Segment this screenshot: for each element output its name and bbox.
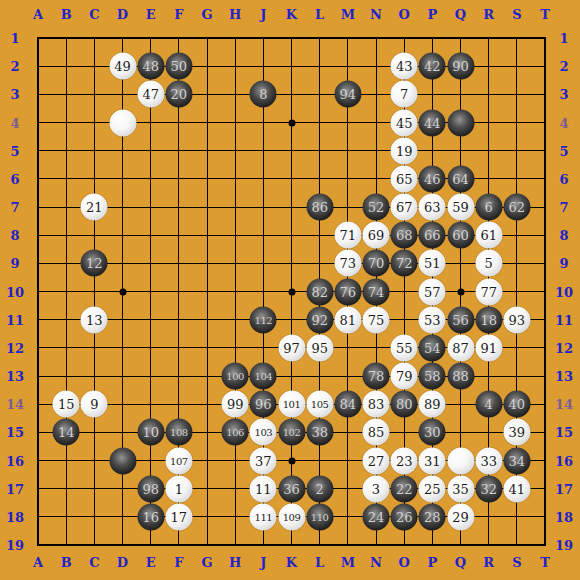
coord-label-top-O: O — [398, 8, 409, 21]
stone-move-number: 102 — [283, 427, 301, 438]
stone-P12[interactable]: 54 — [419, 334, 446, 361]
stone-move-number: 84 — [340, 397, 357, 412]
stone-move-number: 73 — [340, 256, 357, 271]
coord-label-left-19: 19 — [6, 539, 24, 552]
stone-move-number: 12 — [86, 256, 103, 271]
stone-move-number: 107 — [170, 455, 188, 466]
stone-move-number: 83 — [368, 397, 385, 412]
stone-move-number: 19 — [396, 143, 413, 158]
stone-S17[interactable]: 41 — [503, 475, 530, 502]
stone-move-number: 81 — [340, 312, 357, 327]
stone-move-number: 63 — [424, 200, 441, 215]
stone-move-number: 76 — [340, 284, 357, 299]
stone-P2[interactable]: 42 — [419, 53, 446, 80]
coord-label-bottom-S: S — [512, 556, 521, 569]
coord-label-right-3: 3 — [559, 88, 568, 101]
coord-label-bottom-T: T — [540, 556, 550, 569]
stone-Q12[interactable]: 87 — [447, 334, 474, 361]
stone-move-number: 50 — [171, 59, 188, 74]
stone-move-number: 104 — [255, 371, 273, 382]
stone-Q7[interactable]: 59 — [447, 194, 474, 221]
stone-move-number: 69 — [368, 228, 385, 243]
stone-move-number: 29 — [452, 509, 469, 524]
stone-O16[interactable]: 23 — [391, 447, 418, 474]
stone-B15[interactable]: 14 — [53, 419, 80, 446]
stone-move-number: 36 — [283, 481, 300, 496]
stone-O5[interactable]: 19 — [391, 137, 418, 164]
stone-move-number: 4 — [485, 397, 493, 412]
coord-label-top-A: A — [33, 8, 43, 21]
stone-N14[interactable]: 83 — [363, 391, 390, 418]
stone-P17[interactable]: 25 — [419, 475, 446, 502]
coord-label-right-18: 18 — [555, 510, 573, 523]
stone-R7[interactable]: 6 — [475, 194, 502, 221]
stone-N15[interactable]: 85 — [363, 419, 390, 446]
coord-label-bottom-P: P — [427, 556, 437, 569]
coord-label-left-2: 2 — [10, 60, 19, 73]
coord-label-top-F: F — [174, 8, 183, 21]
stone-move-number: 33 — [480, 453, 497, 468]
stone-move-number: 93 — [509, 312, 526, 327]
stone-J16[interactable]: 37 — [250, 447, 277, 474]
stone-move-number: 61 — [480, 228, 497, 243]
coord-label-left-8: 8 — [10, 229, 19, 242]
stone-Q11[interactable]: 56 — [447, 306, 474, 333]
stone-move-number: 40 — [509, 397, 526, 412]
stone-move-number: 11 — [255, 481, 272, 496]
stone-D16[interactable] — [109, 447, 136, 474]
stone-F17[interactable]: 1 — [165, 475, 192, 502]
star-point-K10 — [288, 288, 295, 295]
stone-D2[interactable]: 49 — [109, 53, 136, 80]
stone-S16[interactable]: 34 — [503, 447, 530, 474]
coord-label-left-1: 1 — [10, 32, 19, 45]
stone-E15[interactable]: 10 — [137, 419, 164, 446]
coord-label-top-G: G — [201, 8, 212, 21]
stone-P13[interactable]: 58 — [419, 363, 446, 390]
coord-label-top-D: D — [117, 8, 128, 21]
stone-O17[interactable]: 22 — [391, 475, 418, 502]
coord-label-right-4: 4 — [559, 116, 568, 129]
coord-label-right-1: 1 — [559, 32, 568, 45]
stone-J17[interactable]: 11 — [250, 475, 277, 502]
stone-move-number: 94 — [340, 87, 357, 102]
coord-label-bottom-O: O — [398, 556, 409, 569]
stone-move-number: 56 — [452, 312, 469, 327]
stone-Q2[interactable]: 90 — [447, 53, 474, 80]
coord-label-right-11: 11 — [555, 313, 573, 326]
stone-B14[interactable]: 15 — [53, 391, 80, 418]
coord-label-top-Q: Q — [455, 8, 466, 21]
coord-label-left-11: 11 — [6, 313, 24, 326]
stone-move-number: 82 — [311, 284, 328, 299]
stone-J15[interactable]: 103 — [250, 419, 277, 446]
stone-J11[interactable]: 112 — [250, 306, 277, 333]
coord-label-bottom-Q: Q — [455, 556, 466, 569]
stone-move-number: 79 — [396, 369, 413, 384]
stone-S14[interactable]: 40 — [503, 391, 530, 418]
stone-O4[interactable]: 45 — [391, 109, 418, 136]
stone-move-number: 105 — [311, 399, 329, 410]
stone-move-number: 1 — [175, 481, 183, 496]
coord-label-top-N: N — [370, 8, 382, 21]
stone-F15[interactable]: 108 — [165, 419, 192, 446]
stone-J14[interactable]: 96 — [250, 391, 277, 418]
coord-label-top-P: P — [427, 8, 437, 21]
stone-N13[interactable]: 78 — [363, 363, 390, 390]
stone-move-number: 106 — [226, 427, 244, 438]
stone-move-number: 26 — [396, 509, 413, 524]
coord-label-left-18: 18 — [6, 510, 24, 523]
stone-E17[interactable]: 98 — [137, 475, 164, 502]
stone-move-number: 37 — [255, 453, 272, 468]
stone-Q17[interactable]: 35 — [447, 475, 474, 502]
coord-label-top-M: M — [341, 8, 355, 21]
coord-label-left-12: 12 — [6, 341, 24, 354]
coord-label-right-2: 2 — [559, 60, 568, 73]
stone-P9[interactable]: 51 — [419, 250, 446, 277]
stone-move-number: 57 — [424, 284, 441, 299]
stone-move-number: 100 — [226, 371, 244, 382]
stone-move-number: 92 — [311, 312, 328, 327]
stone-move-number: 25 — [424, 481, 441, 496]
stone-R10[interactable]: 77 — [475, 278, 502, 305]
stone-move-number: 58 — [424, 369, 441, 384]
stone-move-number: 27 — [368, 453, 385, 468]
stone-move-number: 97 — [283, 340, 300, 355]
coord-label-bottom-A: A — [33, 556, 43, 569]
stone-S7[interactable]: 62 — [503, 194, 530, 221]
stone-move-number: 66 — [424, 228, 441, 243]
star-point-K4 — [288, 119, 295, 126]
coord-label-top-C: C — [89, 8, 99, 21]
stone-R11[interactable]: 18 — [475, 306, 502, 333]
stone-C7[interactable]: 21 — [81, 194, 108, 221]
stone-move-number: 20 — [171, 87, 188, 102]
coord-label-right-15: 15 — [555, 426, 573, 439]
stone-O3[interactable]: 7 — [391, 81, 418, 108]
coord-label-bottom-R: R — [483, 556, 494, 569]
star-point-K16 — [288, 457, 295, 464]
stone-H15[interactable]: 106 — [222, 419, 249, 446]
stone-N7[interactable]: 52 — [363, 194, 390, 221]
stone-O6[interactable]: 65 — [391, 165, 418, 192]
stone-P8[interactable]: 66 — [419, 222, 446, 249]
stone-L18[interactable]: 110 — [306, 503, 333, 530]
stone-E18[interactable]: 16 — [137, 503, 164, 530]
stone-M10[interactable]: 76 — [334, 278, 361, 305]
coord-label-left-9: 9 — [10, 257, 19, 270]
stone-move-number: 89 — [424, 397, 441, 412]
stone-move-number: 45 — [396, 115, 413, 130]
stone-M11[interactable]: 81 — [334, 306, 361, 333]
coord-label-top-K: K — [286, 8, 297, 21]
coord-label-left-7: 7 — [10, 201, 19, 214]
stone-move-number: 43 — [396, 59, 413, 74]
stone-R16[interactable]: 33 — [475, 447, 502, 474]
coord-label-bottom-B: B — [61, 556, 72, 569]
stone-move-number: 21 — [86, 200, 103, 215]
stone-P10[interactable]: 57 — [419, 278, 446, 305]
stone-move-number: 72 — [396, 256, 413, 271]
stone-R9[interactable]: 5 — [475, 250, 502, 277]
stone-M9[interactable]: 73 — [334, 250, 361, 277]
stone-move-number: 88 — [452, 369, 469, 384]
stone-move-number: 31 — [424, 453, 441, 468]
stone-M3[interactable]: 94 — [334, 81, 361, 108]
stone-F3[interactable]: 20 — [165, 81, 192, 108]
stone-D4[interactable] — [109, 109, 136, 136]
stone-J13[interactable]: 104 — [250, 363, 277, 390]
stone-move-number: 51 — [424, 256, 441, 271]
coord-label-bottom-H: H — [229, 556, 241, 569]
stone-F18[interactable]: 17 — [165, 503, 192, 530]
stone-P14[interactable]: 89 — [419, 391, 446, 418]
coord-label-bottom-G: G — [201, 556, 212, 569]
stone-move-number: 91 — [480, 340, 497, 355]
stone-L11[interactable]: 92 — [306, 306, 333, 333]
stone-move-number: 86 — [311, 200, 328, 215]
stone-M14[interactable]: 84 — [334, 391, 361, 418]
stone-move-number: 16 — [142, 509, 159, 524]
stone-S15[interactable]: 39 — [503, 419, 530, 446]
stone-R14[interactable]: 4 — [475, 391, 502, 418]
stone-L14[interactable]: 105 — [306, 391, 333, 418]
stone-move-number: 71 — [340, 228, 357, 243]
stone-move-number: 8 — [259, 87, 267, 102]
stone-E2[interactable]: 48 — [137, 53, 164, 80]
coord-label-left-14: 14 — [6, 398, 24, 411]
coord-label-bottom-L: L — [315, 556, 324, 569]
coord-label-right-9: 9 — [559, 257, 568, 270]
stone-H13[interactable]: 100 — [222, 363, 249, 390]
stone-move-number: 3 — [372, 481, 380, 496]
coord-label-bottom-D: D — [117, 556, 128, 569]
stone-J3[interactable]: 8 — [250, 81, 277, 108]
stone-L10[interactable]: 82 — [306, 278, 333, 305]
stone-P6[interactable]: 46 — [419, 165, 446, 192]
coord-label-bottom-M: M — [341, 556, 355, 569]
stone-move-number: 80 — [396, 397, 413, 412]
stone-move-number: 85 — [368, 425, 385, 440]
stone-move-number: 5 — [485, 256, 493, 271]
stone-move-number: 103 — [255, 427, 273, 438]
coord-label-right-17: 17 — [555, 482, 573, 495]
stone-move-number: 112 — [255, 314, 273, 325]
stone-move-number: 44 — [424, 115, 441, 130]
stone-Q18[interactable]: 29 — [447, 503, 474, 530]
stone-move-number: 32 — [480, 481, 497, 496]
stone-move-number: 64 — [452, 171, 469, 186]
stone-move-number: 47 — [142, 87, 159, 102]
stone-move-number: 62 — [509, 200, 526, 215]
coord-label-top-H: H — [229, 8, 241, 21]
coord-label-right-14: 14 — [555, 398, 573, 411]
stone-move-number: 22 — [396, 481, 413, 496]
stone-C11[interactable]: 13 — [81, 306, 108, 333]
stone-O7[interactable]: 67 — [391, 194, 418, 221]
stone-move-number: 49 — [114, 59, 131, 74]
coord-label-left-16: 16 — [6, 454, 24, 467]
stone-move-number: 39 — [509, 425, 526, 440]
stone-move-number: 46 — [424, 171, 441, 186]
stone-move-number: 15 — [58, 397, 75, 412]
stone-P11[interactable]: 53 — [419, 306, 446, 333]
stone-E3[interactable]: 47 — [137, 81, 164, 108]
stone-S11[interactable]: 93 — [503, 306, 530, 333]
stone-Q13[interactable]: 88 — [447, 363, 474, 390]
stone-N8[interactable]: 69 — [363, 222, 390, 249]
stone-move-number: 111 — [255, 511, 273, 522]
stone-N10[interactable]: 74 — [363, 278, 390, 305]
stone-F16[interactable]: 107 — [165, 447, 192, 474]
stone-P4[interactable]: 44 — [419, 109, 446, 136]
stone-move-number: 48 — [142, 59, 159, 74]
stone-R17[interactable]: 32 — [475, 475, 502, 502]
coord-label-left-17: 17 — [6, 482, 24, 495]
stone-M8[interactable]: 71 — [334, 222, 361, 249]
stone-O13[interactable]: 79 — [391, 363, 418, 390]
stone-O8[interactable]: 68 — [391, 222, 418, 249]
stone-move-number: 74 — [368, 284, 385, 299]
stone-N11[interactable]: 75 — [363, 306, 390, 333]
stone-K14[interactable]: 101 — [278, 391, 305, 418]
stone-K17[interactable]: 36 — [278, 475, 305, 502]
stone-Q4[interactable] — [447, 109, 474, 136]
stone-move-number: 17 — [171, 509, 188, 524]
stone-move-number: 6 — [485, 200, 493, 215]
stone-K18[interactable]: 109 — [278, 503, 305, 530]
stone-H14[interactable]: 99 — [222, 391, 249, 418]
stone-move-number: 55 — [396, 340, 413, 355]
stone-Q16[interactable] — [447, 447, 474, 474]
coord-label-bottom-N: N — [370, 556, 382, 569]
coord-label-right-16: 16 — [555, 454, 573, 467]
stone-move-number: 54 — [424, 340, 441, 355]
coord-label-left-5: 5 — [10, 144, 19, 157]
coord-label-left-4: 4 — [10, 116, 19, 129]
stone-O9[interactable]: 72 — [391, 250, 418, 277]
stone-K12[interactable]: 97 — [278, 334, 305, 361]
stone-move-number: 95 — [311, 340, 328, 355]
stone-P18[interactable]: 28 — [419, 503, 446, 530]
coord-label-left-3: 3 — [10, 88, 19, 101]
stone-J18[interactable]: 111 — [250, 503, 277, 530]
coord-label-right-19: 19 — [555, 539, 573, 552]
coord-label-left-6: 6 — [10, 172, 19, 185]
coord-label-right-5: 5 — [559, 144, 568, 157]
star-point-D10 — [119, 288, 126, 295]
stone-move-number: 101 — [283, 399, 301, 410]
stone-O12[interactable]: 55 — [391, 334, 418, 361]
stone-move-number: 9 — [90, 397, 98, 412]
stone-move-number: 10 — [142, 425, 159, 440]
stone-move-number: 98 — [142, 481, 159, 496]
coord-label-right-13: 13 — [555, 370, 573, 383]
star-point-Q10 — [457, 288, 464, 295]
stone-move-number: 14 — [58, 425, 75, 440]
stone-P7[interactable]: 63 — [419, 194, 446, 221]
stone-move-number: 99 — [227, 397, 244, 412]
stone-move-number: 108 — [170, 427, 188, 438]
coord-label-bottom-J: J — [260, 556, 266, 569]
go-board-app: AABBCCDDEEFFGGHHJJKKLLMMNNOOPPQQRRSSTT11… — [0, 0, 580, 580]
stone-move-number: 28 — [424, 509, 441, 524]
stone-move-number: 38 — [311, 425, 328, 440]
stone-Q6[interactable]: 64 — [447, 165, 474, 192]
coord-label-bottom-C: C — [89, 556, 99, 569]
stone-Q8[interactable]: 60 — [447, 222, 474, 249]
stone-move-number: 68 — [396, 228, 413, 243]
stone-P15[interactable]: 30 — [419, 419, 446, 446]
stone-move-number: 42 — [424, 59, 441, 74]
stone-move-number: 13 — [86, 312, 103, 327]
stone-C14[interactable]: 9 — [81, 391, 108, 418]
coord-label-top-L: L — [315, 8, 324, 21]
stone-move-number: 34 — [509, 453, 526, 468]
stone-C9[interactable]: 12 — [81, 250, 108, 277]
grid-line-vertical — [544, 37, 546, 546]
coord-label-top-J: J — [260, 8, 266, 21]
stone-move-number: 7 — [400, 87, 408, 102]
coord-label-top-E: E — [146, 8, 156, 21]
stone-move-number: 70 — [368, 256, 385, 271]
stone-O18[interactable]: 26 — [391, 503, 418, 530]
stone-move-number: 60 — [452, 228, 469, 243]
coord-label-top-S: S — [512, 8, 521, 21]
stone-move-number: 87 — [452, 340, 469, 355]
stone-L15[interactable]: 38 — [306, 419, 333, 446]
stone-move-number: 59 — [452, 200, 469, 215]
grid-line-horizontal — [37, 544, 546, 546]
stone-move-number: 77 — [480, 284, 497, 299]
stone-F2[interactable]: 50 — [165, 53, 192, 80]
coord-label-right-6: 6 — [559, 172, 568, 185]
coord-label-bottom-E: E — [146, 556, 156, 569]
stone-move-number: 65 — [396, 171, 413, 186]
stone-K15[interactable]: 102 — [278, 419, 305, 446]
stone-move-number: 75 — [368, 312, 385, 327]
stone-L17[interactable]: 2 — [306, 475, 333, 502]
stone-N18[interactable]: 24 — [363, 503, 390, 530]
stone-move-number: 24 — [368, 509, 385, 524]
stone-move-number: 41 — [509, 481, 526, 496]
stone-move-number: 30 — [424, 425, 441, 440]
stone-R12[interactable]: 91 — [475, 334, 502, 361]
stone-N9[interactable]: 70 — [363, 250, 390, 277]
stone-move-number: 23 — [396, 453, 413, 468]
coord-label-bottom-F: F — [174, 556, 183, 569]
stone-L12[interactable]: 95 — [306, 334, 333, 361]
stone-move-number: 53 — [424, 312, 441, 327]
stone-L7[interactable]: 86 — [306, 194, 333, 221]
stone-N17[interactable]: 3 — [363, 475, 390, 502]
coord-label-right-8: 8 — [559, 229, 568, 242]
stone-N16[interactable]: 27 — [363, 447, 390, 474]
stone-move-number: 96 — [255, 397, 272, 412]
stone-move-number: 90 — [452, 59, 469, 74]
stone-R8[interactable]: 61 — [475, 222, 502, 249]
stone-move-number: 67 — [396, 200, 413, 215]
stone-O14[interactable]: 80 — [391, 391, 418, 418]
stone-O2[interactable]: 43 — [391, 53, 418, 80]
coord-label-top-T: T — [540, 8, 550, 21]
stone-move-number: 2 — [316, 481, 324, 496]
coord-label-left-10: 10 — [6, 285, 24, 298]
stone-move-number: 109 — [283, 511, 301, 522]
coord-label-left-15: 15 — [6, 426, 24, 439]
stone-P16[interactable]: 31 — [419, 447, 446, 474]
